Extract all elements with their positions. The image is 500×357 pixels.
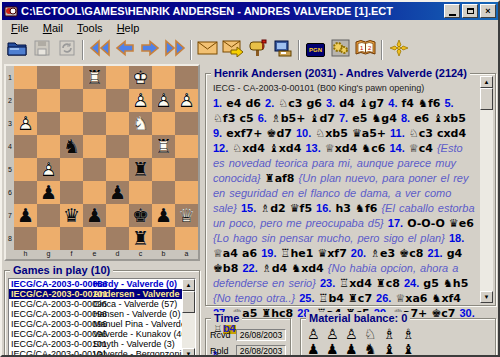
menu-bar: FileMailToolsHelp xyxy=(2,20,498,37)
file-label: g xyxy=(37,250,60,259)
board-square[interactable] xyxy=(175,135,198,158)
open-folder-icon xyxy=(7,39,27,61)
black-p-piece: ♟ xyxy=(14,204,37,227)
black-move[interactable]: ♚b8 xyxy=(213,262,238,275)
scroll-thumb[interactable] xyxy=(182,291,195,313)
rank-label: 4 xyxy=(6,135,14,158)
board-square[interactable] xyxy=(37,112,60,135)
board-corner xyxy=(6,250,14,259)
game-id: IECG/CA-2003-0-00096 xyxy=(9,299,93,309)
black-move[interactable]: ♞xf4 xyxy=(432,292,461,305)
game-name: Hardy - Valverde (0) xyxy=(93,279,177,289)
move-number[interactable]: 20. xyxy=(351,247,366,259)
toolbar-separator xyxy=(190,40,192,60)
move-number[interactable]: 12. xyxy=(213,142,228,154)
restore-button[interactable] xyxy=(462,4,478,18)
menu-file[interactable]: File xyxy=(4,21,36,35)
game-row[interactable]: IECG/CA-2003-0-00101Andersen - Valverde … xyxy=(9,289,182,299)
game-id: IECG/CA-2003-0-00101 xyxy=(9,289,93,299)
white-q-piece: ♛♕ xyxy=(175,204,198,227)
board-square[interactable] xyxy=(175,158,198,181)
board-square[interactable] xyxy=(152,112,175,135)
file-label: b xyxy=(152,250,175,259)
board-square[interactable]: ♟ xyxy=(37,181,60,204)
white-move[interactable]: ♕xa6 xyxy=(395,292,427,305)
board-square[interactable] xyxy=(106,227,129,250)
white-n-piece: ♞♘ xyxy=(129,112,152,135)
previous-move-icon xyxy=(114,39,136,61)
black-r-piece: ♜ xyxy=(129,158,152,181)
move-number[interactable]: 24. xyxy=(404,277,419,289)
moves-scrollbar[interactable]: ▲ ▼ xyxy=(480,76,493,303)
move-number[interactable]: 14. xyxy=(389,142,404,154)
game-row[interactable]: IECG/CA-2003-0-00096Hansen - Valverde (0… xyxy=(9,309,182,319)
board-square[interactable] xyxy=(60,181,83,204)
board-square[interactable]: ♟ xyxy=(83,204,106,227)
board-square[interactable] xyxy=(152,158,175,181)
move-number[interactable]: 1. xyxy=(213,97,222,109)
board-square[interactable] xyxy=(60,227,83,250)
white-move[interactable]: ♖xd4 xyxy=(339,277,371,290)
rank-label: 3 xyxy=(6,112,14,135)
title-bar[interactable]: C:\ECTOOL\GAMES\HENRIK ANDERSEN - ANDRES… xyxy=(2,2,498,20)
game-row[interactable]: IECG/CA-2003-0-00096Valverde - Kunakov (… xyxy=(9,329,182,339)
pgn-export-button[interactable]: PGN xyxy=(303,38,328,62)
move-number[interactable]: 3. xyxy=(326,97,335,109)
piece-outline: ♕ xyxy=(175,204,198,227)
board-square[interactable] xyxy=(83,158,106,181)
board-square[interactable] xyxy=(37,66,60,89)
archive-icon xyxy=(273,39,293,61)
white-move[interactable]: ♘f3 xyxy=(213,112,235,125)
time-panel-title: Time xyxy=(211,312,242,325)
board-square[interactable]: ♜ xyxy=(129,227,152,250)
save-button[interactable] xyxy=(29,38,54,62)
board-square[interactable]: ♜ xyxy=(129,158,152,181)
white-move[interactable]: f4 xyxy=(402,97,414,110)
white-move[interactable]: ♕xd4 xyxy=(325,142,357,155)
time-label: Rpld xyxy=(210,346,236,356)
white-p-piece: ♟♙ xyxy=(14,112,37,135)
board-square[interactable] xyxy=(83,227,106,250)
material-panel-title: Material balance: 0 xyxy=(306,312,410,325)
white-p-piece: ♟♙ xyxy=(175,89,198,112)
game-header: Henrik Andersen (2031) - Andres Valverde… xyxy=(211,67,470,80)
move-number[interactable]: 26. xyxy=(376,292,391,304)
send-mail-button[interactable] xyxy=(220,38,245,62)
board-square[interactable] xyxy=(152,66,175,89)
piece-outline: ♙ xyxy=(152,89,175,112)
move-number[interactable]: 23. xyxy=(320,277,335,289)
black-move[interactable]: a6 xyxy=(242,247,257,260)
time-label: Rcvd xyxy=(210,330,236,340)
black-q-piece: ♛ xyxy=(60,204,83,227)
white-move[interactable]: g4 xyxy=(447,247,463,260)
white-move[interactable]: exf7+ xyxy=(226,127,262,140)
black-move[interactable]: ♚d7 xyxy=(267,127,292,140)
game-id: IECG/CA-2003-0-00101 xyxy=(9,339,93,349)
mailbox-button[interactable] xyxy=(245,38,270,62)
white-move[interactable]: e5 xyxy=(352,112,367,125)
white-p-piece: ♟♙ xyxy=(129,89,152,112)
piece-outline: ♖ xyxy=(83,66,106,89)
right-panel: Henrik Andersen (2031) - Andres Valverde… xyxy=(205,64,496,357)
board-square[interactable]: ♛♕ xyxy=(175,204,198,227)
black-move[interactable]: ♛e6 xyxy=(449,217,474,230)
rank-label: 5 xyxy=(6,158,14,181)
game-name: Smyth - Valverde (3) xyxy=(93,339,175,349)
rank-label: 2 xyxy=(6,89,14,112)
white-move[interactable]: e4 xyxy=(226,97,241,110)
game-row[interactable]: IECG/CA-2003-0-00101Valverde - Bergonzon… xyxy=(9,349,182,357)
board-square[interactable] xyxy=(14,89,37,112)
move-comment: {No tengo otra..} xyxy=(213,292,295,304)
black-move[interactable]: ♜c7 xyxy=(348,292,372,305)
opening-book-button[interactable]: 12 xyxy=(353,38,378,62)
previous-move-button[interactable] xyxy=(112,38,137,62)
mailbox-icon xyxy=(248,39,268,61)
first-move-button[interactable] xyxy=(87,38,112,62)
board-square[interactable] xyxy=(60,66,83,89)
black-move[interactable]: ♞h5 xyxy=(443,277,468,290)
move-number[interactable]: 16. xyxy=(316,202,331,214)
black-move[interactable]: ♚c8 xyxy=(399,247,423,260)
game-name: Hansen - Valverde (0) xyxy=(93,309,180,319)
white-p-piece: ♟♙ xyxy=(152,89,175,112)
toolbar: PGN 12 xyxy=(2,37,498,63)
time-value-field[interactable]: 26/08/2003 xyxy=(236,345,286,357)
main-area: 1♜♖♚♔2♟♙♟♙♟♙3♟♙♞♘4♞♜♖5♟♙♜6♟♟7♟♛♟♚♟♛♕8♜hg… xyxy=(2,63,498,357)
board-square[interactable]: ♚ xyxy=(129,204,152,227)
game-row[interactable]: IECG/CA-2003-0-00101Smyth - Valverde (3) xyxy=(9,339,182,349)
refresh-button[interactable] xyxy=(54,38,79,62)
black-move[interactable]: c5 xyxy=(239,112,253,125)
menu-help[interactable]: Help xyxy=(110,21,147,35)
black-move[interactable]: ♞c6 xyxy=(361,142,385,155)
rank-label: 8 xyxy=(6,227,14,250)
piece-outline: ♖ xyxy=(152,135,175,158)
board-square[interactable]: ♛ xyxy=(60,204,83,227)
games-panel-title: Games in play (10) xyxy=(10,264,113,277)
game-name: Manuel Pina - Valverde (29) xyxy=(93,319,182,329)
toolbar-separator xyxy=(82,40,84,60)
file-label: a xyxy=(175,250,198,259)
black-p-piece: ♟ xyxy=(83,204,106,227)
minimize-button[interactable] xyxy=(444,4,460,18)
white-move[interactable]: h3 xyxy=(335,202,351,215)
window-controls: × xyxy=(444,4,496,18)
toolbar-separator xyxy=(298,40,300,60)
board-square[interactable] xyxy=(37,227,60,250)
move-number[interactable]: 7. xyxy=(339,112,348,124)
move-number[interactable]: 19. xyxy=(261,247,276,259)
board-square[interactable]: ♟♙ xyxy=(14,112,37,135)
refresh-icon xyxy=(58,39,76,61)
time-panel: Time Rcvd26/08/2003Rpld26/08/2003Time0/7 xyxy=(205,318,291,357)
board-square[interactable]: ♟ xyxy=(106,181,129,204)
board-square[interactable]: ♟♙ xyxy=(152,89,175,112)
rank-label: 6 xyxy=(6,181,14,204)
game-id: IECG/CA-2003-0-00096 xyxy=(9,309,93,319)
toolbar-separator xyxy=(381,40,383,60)
board-square[interactable]: ♟♙ xyxy=(129,89,152,112)
file-label: e xyxy=(83,250,106,259)
move-number[interactable]: 15. xyxy=(241,202,256,214)
board-square[interactable] xyxy=(106,158,129,181)
board-square[interactable] xyxy=(175,112,198,135)
white-move[interactable]: ♗d4 xyxy=(262,262,287,275)
black-move[interactable]: ♛f5 xyxy=(290,202,312,215)
piece-outline: ♙ xyxy=(37,158,60,181)
piece-outline: ♙ xyxy=(175,89,198,112)
white-move[interactable]: ♘xb5 xyxy=(315,127,347,140)
black-r-piece: ♜ xyxy=(129,227,152,250)
piece-outline: ♘ xyxy=(129,112,152,135)
white-move[interactable]: e6 xyxy=(414,112,429,125)
board-square[interactable] xyxy=(83,181,106,204)
open-game-button[interactable] xyxy=(4,38,29,62)
board-square[interactable]: ♜♖ xyxy=(152,135,175,158)
board-square[interactable] xyxy=(106,112,129,135)
status-row: Time Rcvd26/08/2003Rpld26/08/2003Time0/7… xyxy=(205,318,496,357)
rank-label: 1 xyxy=(6,66,14,89)
board-square[interactable] xyxy=(152,181,175,204)
board-square[interactable] xyxy=(175,181,198,204)
scroll-down-icon[interactable]: ▼ xyxy=(182,348,195,357)
board-square[interactable] xyxy=(106,89,129,112)
board-square[interactable] xyxy=(83,89,106,112)
time-row: Rpld26/08/2003 xyxy=(210,345,286,357)
scroll-thumb[interactable] xyxy=(480,88,493,110)
game-name: Valverde - Kunakov (40) xyxy=(93,329,182,339)
black-move[interactable]: ♝xd4 xyxy=(269,142,301,155)
menu-tools[interactable]: Tools xyxy=(70,21,110,35)
captured-white-pieces: ♙ ♙ ♙ ♘ ♗ ♗ xyxy=(307,327,491,342)
archive-button[interactable] xyxy=(270,38,295,62)
game-name: Andersen - Valverde (0) xyxy=(93,289,182,299)
black-move[interactable]: ♞xd4 xyxy=(291,262,323,275)
next-move-icon xyxy=(139,39,161,61)
white-move[interactable]: ♘c3 xyxy=(278,97,302,110)
black-p-piece: ♟ xyxy=(152,204,175,227)
board-square[interactable]: ♟♙ xyxy=(37,158,60,181)
black-move[interactable]: cxd4 xyxy=(437,127,466,140)
scroll-down-icon[interactable]: ▼ xyxy=(480,291,493,303)
piece-outline: ♙ xyxy=(129,89,152,112)
black-move[interactable]: d6 xyxy=(245,97,261,110)
scroll-up-icon[interactable]: ▲ xyxy=(182,279,195,291)
black-move[interactable]: ♜af8 xyxy=(265,172,295,185)
board-square[interactable]: ♟ xyxy=(14,204,37,227)
move-number[interactable]: 21. xyxy=(427,247,442,259)
file-label: d xyxy=(106,250,129,259)
black-p-piece: ♟ xyxy=(37,181,60,204)
board-square[interactable] xyxy=(106,66,129,89)
move-number[interactable]: 5. xyxy=(444,97,453,109)
sparkle-icon xyxy=(389,39,409,61)
board-square[interactable] xyxy=(106,135,129,158)
pgn-icon: PGN xyxy=(306,43,325,57)
chess-board: 1♜♖♚♔2♟♙♟♙♟♙3♟♙♞♘4♞♜♖5♟♙♜6♟♟7♟♛♟♚♟♛♕8♜hg… xyxy=(4,64,200,261)
white-move[interactable]: g5 xyxy=(423,277,439,290)
time-value-field[interactable]: 26/08/2003 xyxy=(236,329,286,341)
white-move[interactable]: ♗d2 xyxy=(260,202,285,215)
board-square[interactable] xyxy=(37,204,60,227)
game-id: IECG/CA-2003-0-00101 xyxy=(9,349,93,357)
save-floppy-icon xyxy=(33,39,51,61)
games-panel: Games in play (10) IECG/CA-2003-0-00086H… xyxy=(4,270,200,357)
move-number[interactable]: 25. xyxy=(299,292,314,304)
white-r-piece: ♜♖ xyxy=(83,66,106,89)
mail-envelope-icon xyxy=(197,40,218,60)
game-name: Cinca - Valverde (57) xyxy=(93,299,177,309)
black-move[interactable]: ♜c8 xyxy=(376,277,400,290)
board-square[interactable] xyxy=(14,158,37,181)
board-square[interactable] xyxy=(175,66,198,89)
game-id: IECG/CA-2003-0-00086 xyxy=(9,279,93,289)
scroll-track[interactable] xyxy=(480,88,493,291)
app-icon xyxy=(4,4,18,18)
board-square[interactable] xyxy=(106,204,129,227)
black-p-piece: ♟ xyxy=(106,181,129,204)
next-move-button[interactable] xyxy=(137,38,162,62)
white-move[interactable]: ♕c4 xyxy=(409,142,433,155)
book-icon: 12 xyxy=(355,39,376,61)
board-square[interactable] xyxy=(60,112,83,135)
move-number[interactable]: 8. xyxy=(401,112,410,124)
game-name: Valverde - Bergonzoni (6) xyxy=(93,349,182,357)
board-square[interactable]: ♞ xyxy=(60,135,83,158)
first-move-icon xyxy=(89,39,111,61)
white-move[interactable]: O-O-O xyxy=(407,217,445,230)
game-row[interactable]: IECG/CA-2003-0-00096Cinca - Valverde (57… xyxy=(9,299,182,309)
left-panel: 1♜♖♚♔2♟♙♟♙♟♙3♟♙♞♘4♞♜♖5♟♙♜6♟♟7♟♛♟♚♟♛♕8♜hg… xyxy=(4,64,200,357)
file-label: c xyxy=(129,250,152,259)
last-move-icon xyxy=(164,39,186,61)
move-number[interactable]: 17. xyxy=(388,217,403,229)
white-move[interactable]: ♘c3 xyxy=(409,127,433,140)
move-number[interactable]: 18. xyxy=(449,232,464,244)
move-number[interactable]: 6. xyxy=(258,112,267,124)
menu-mail[interactable]: Mail xyxy=(36,21,70,35)
board-square[interactable] xyxy=(14,135,37,158)
move-number[interactable]: 4. xyxy=(388,97,397,109)
white-move[interactable]: ♖he1 xyxy=(281,247,314,260)
board-square[interactable]: ♟♙ xyxy=(175,89,198,112)
white-move[interactable]: ♖b4 xyxy=(319,292,344,305)
board-square[interactable] xyxy=(14,66,37,89)
move-number[interactable]: 2. xyxy=(265,97,274,109)
board-grid: 1♜♖♚♔2♟♙♟♙♟♙3♟♙♞♘4♞♜♖5♟♙♜6♟♟7♟♛♟♚♟♛♕8♜hg… xyxy=(6,66,198,259)
board-square[interactable] xyxy=(37,89,60,112)
move-number[interactable]: 11. xyxy=(390,127,405,139)
game-row[interactable]: IECG/CA-2003-0-00086Hardy - Valverde (0) xyxy=(9,279,182,289)
white-move[interactable]: ♕a4 xyxy=(213,247,238,260)
white-p-piece: ♟♙ xyxy=(37,158,60,181)
settings-button[interactable] xyxy=(328,38,353,62)
board-square[interactable] xyxy=(37,135,60,158)
white-move[interactable]: ♘xd4 xyxy=(232,142,264,155)
move-number[interactable]: 10. xyxy=(296,127,311,139)
file-label: f xyxy=(60,250,83,259)
black-k-piece: ♚ xyxy=(129,204,152,227)
board-square[interactable]: ♚♔ xyxy=(129,66,152,89)
board-square[interactable]: ♞♘ xyxy=(129,112,152,135)
black-move[interactable]: ♞f6 xyxy=(418,97,440,110)
read-mail-button[interactable] xyxy=(195,38,220,62)
file-label: h xyxy=(14,250,37,259)
material-panel: Material balance: 0 ♙ ♙ ♙ ♘ ♗ ♗ ♟ ♟ ♟ ♞ … xyxy=(300,318,496,357)
games-scrollbar[interactable]: ▲ ▼ xyxy=(182,279,195,357)
piece-outline: ♔ xyxy=(129,66,152,89)
board-square[interactable] xyxy=(152,227,175,250)
move-number[interactable]: 9. xyxy=(213,127,222,139)
white-move[interactable]: d4 xyxy=(339,97,355,110)
send-mail-icon xyxy=(222,39,244,61)
moves-panel: Henrik Andersen (2031) - Andres Valverde… xyxy=(205,73,496,306)
game-id: IECG/CA-2003-0-00096 xyxy=(9,329,93,339)
move-comment: {Lo hago sin pensar mucho, pero sigo el … xyxy=(213,232,445,244)
board-square[interactable] xyxy=(83,112,106,135)
captured-black-pieces: ♟ ♟ ♟ ♞ ♝ ♝ xyxy=(307,342,491,357)
gears-icon xyxy=(331,39,350,61)
board-square[interactable]: ♜♖ xyxy=(83,66,106,89)
window-title: C:\ECTOOL\GAMES\HENRIK ANDERSEN - ANDRES… xyxy=(21,5,440,17)
board-square[interactable] xyxy=(14,181,37,204)
game-id: IECG/CA-2003-0-00096 xyxy=(9,319,93,329)
game-event-line: IECG - CA-2003-0-00101 (B00 King's pawn … xyxy=(213,83,478,93)
games-list-container: IECG/CA-2003-0-00086Hardy - Valverde (0)… xyxy=(8,278,196,357)
scroll-up-icon[interactable]: ▲ xyxy=(480,76,493,88)
app-window: C:\ECTOOL\GAMES\HENRIK ANDERSEN - ANDRES… xyxy=(0,0,500,357)
last-move-button[interactable] xyxy=(162,38,187,62)
black-move[interactable]: ♝xb5 xyxy=(433,112,465,125)
black-move[interactable]: ♞f6 xyxy=(355,202,377,215)
board-square[interactable]: ♟ xyxy=(152,204,175,227)
close-button[interactable]: × xyxy=(480,4,496,18)
white-r-piece: ♜♖ xyxy=(152,135,175,158)
black-n-piece: ♞ xyxy=(60,135,83,158)
black-move[interactable]: ♝g7 xyxy=(359,97,384,110)
board-square[interactable] xyxy=(129,135,152,158)
white-k-piece: ♚♔ xyxy=(129,66,152,89)
board-square[interactable] xyxy=(175,227,198,250)
new-event-button[interactable] xyxy=(386,38,411,62)
white-move[interactable]: ♗e3 xyxy=(370,247,395,260)
black-move[interactable]: ♛xf7 xyxy=(317,247,346,260)
move-number[interactable]: 22. xyxy=(242,262,257,274)
board-square[interactable] xyxy=(129,181,152,204)
black-move[interactable]: g6 xyxy=(306,97,322,110)
board-square[interactable] xyxy=(60,158,83,181)
black-move[interactable]: ♞g4 xyxy=(371,112,396,125)
piece-outline: ♙ xyxy=(14,112,37,135)
move-number[interactable]: 13. xyxy=(305,142,320,154)
black-move[interactable]: ♛a5+ xyxy=(352,127,386,140)
scroll-track[interactable] xyxy=(182,291,195,348)
white-move[interactable]: ♗b5+ xyxy=(271,112,306,125)
board-square[interactable] xyxy=(14,227,37,250)
rank-label: 7 xyxy=(6,204,14,227)
black-move[interactable]: ♝d7 xyxy=(310,112,335,125)
board-square[interactable] xyxy=(83,135,106,158)
game-row[interactable]: IECG/CA-2003-0-00096Manuel Pina - Valver… xyxy=(9,319,182,329)
board-square[interactable] xyxy=(60,89,83,112)
time-row: Rcvd26/08/2003 xyxy=(210,329,286,341)
games-list: IECG/CA-2003-0-00086Hardy - Valverde (0)… xyxy=(9,279,182,357)
